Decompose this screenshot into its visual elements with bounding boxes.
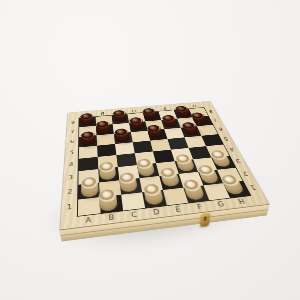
board-wrap: AA11BB22CC33DD44EE55FF66GG77HH88	[60, 101, 269, 229]
light-piece-h3[interactable]	[209, 150, 229, 161]
file-label-top-d: D	[126, 107, 143, 114]
file-label-top-h: H	[186, 102, 203, 109]
dark-piece-f7[interactable]	[161, 114, 177, 122]
dark-piece-c8[interactable]	[112, 110, 126, 118]
file-label-top-b: B	[95, 110, 111, 117]
dark-piece-c6[interactable]	[114, 128, 130, 137]
photo-background: AA11BB22CC33DD44EE55FF66GG77HH88	[0, 0, 300, 300]
dark-piece-a8[interactable]	[80, 113, 94, 121]
light-piece-d1[interactable]	[142, 183, 162, 197]
dark-piece-e8[interactable]	[142, 108, 157, 116]
dark-piece-g6[interactable]	[181, 122, 198, 131]
checkers-board: AA11BB22CC33DD44EE55FF66GG77HH88	[60, 101, 269, 229]
rank-label-left-8: 8	[67, 118, 78, 128]
dark-piece-b7[interactable]	[96, 120, 111, 129]
light-piece-e2[interactable]	[159, 167, 179, 180]
dark-piece-a6[interactable]	[80, 131, 95, 141]
dark-piece-e6[interactable]	[146, 124, 162, 133]
dark-piece-d7[interactable]	[129, 117, 144, 126]
light-piece-f1[interactable]	[182, 179, 203, 193]
dark-piece-h7[interactable]	[190, 112, 206, 120]
light-piece-h1[interactable]	[219, 174, 241, 187]
